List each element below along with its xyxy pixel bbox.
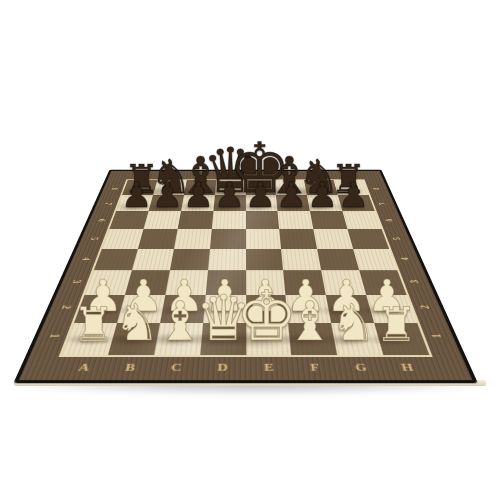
piece-white-rook-h1: ♜ <box>373 301 420 348</box>
product-photo: AABBCCDDEEFFGGHH1122334455667788 ♜♞♝♛♚♝♞… <box>0 0 500 500</box>
piece-black-pawn-h7: ♟ <box>336 178 371 213</box>
pieces-layer: ♜♞♝♛♚♝♞♜♟♟♟♟♟♟♟♟♟♟♟♟♟♟♟♟♜♞♝♛♚♝♞♜ <box>0 0 500 500</box>
